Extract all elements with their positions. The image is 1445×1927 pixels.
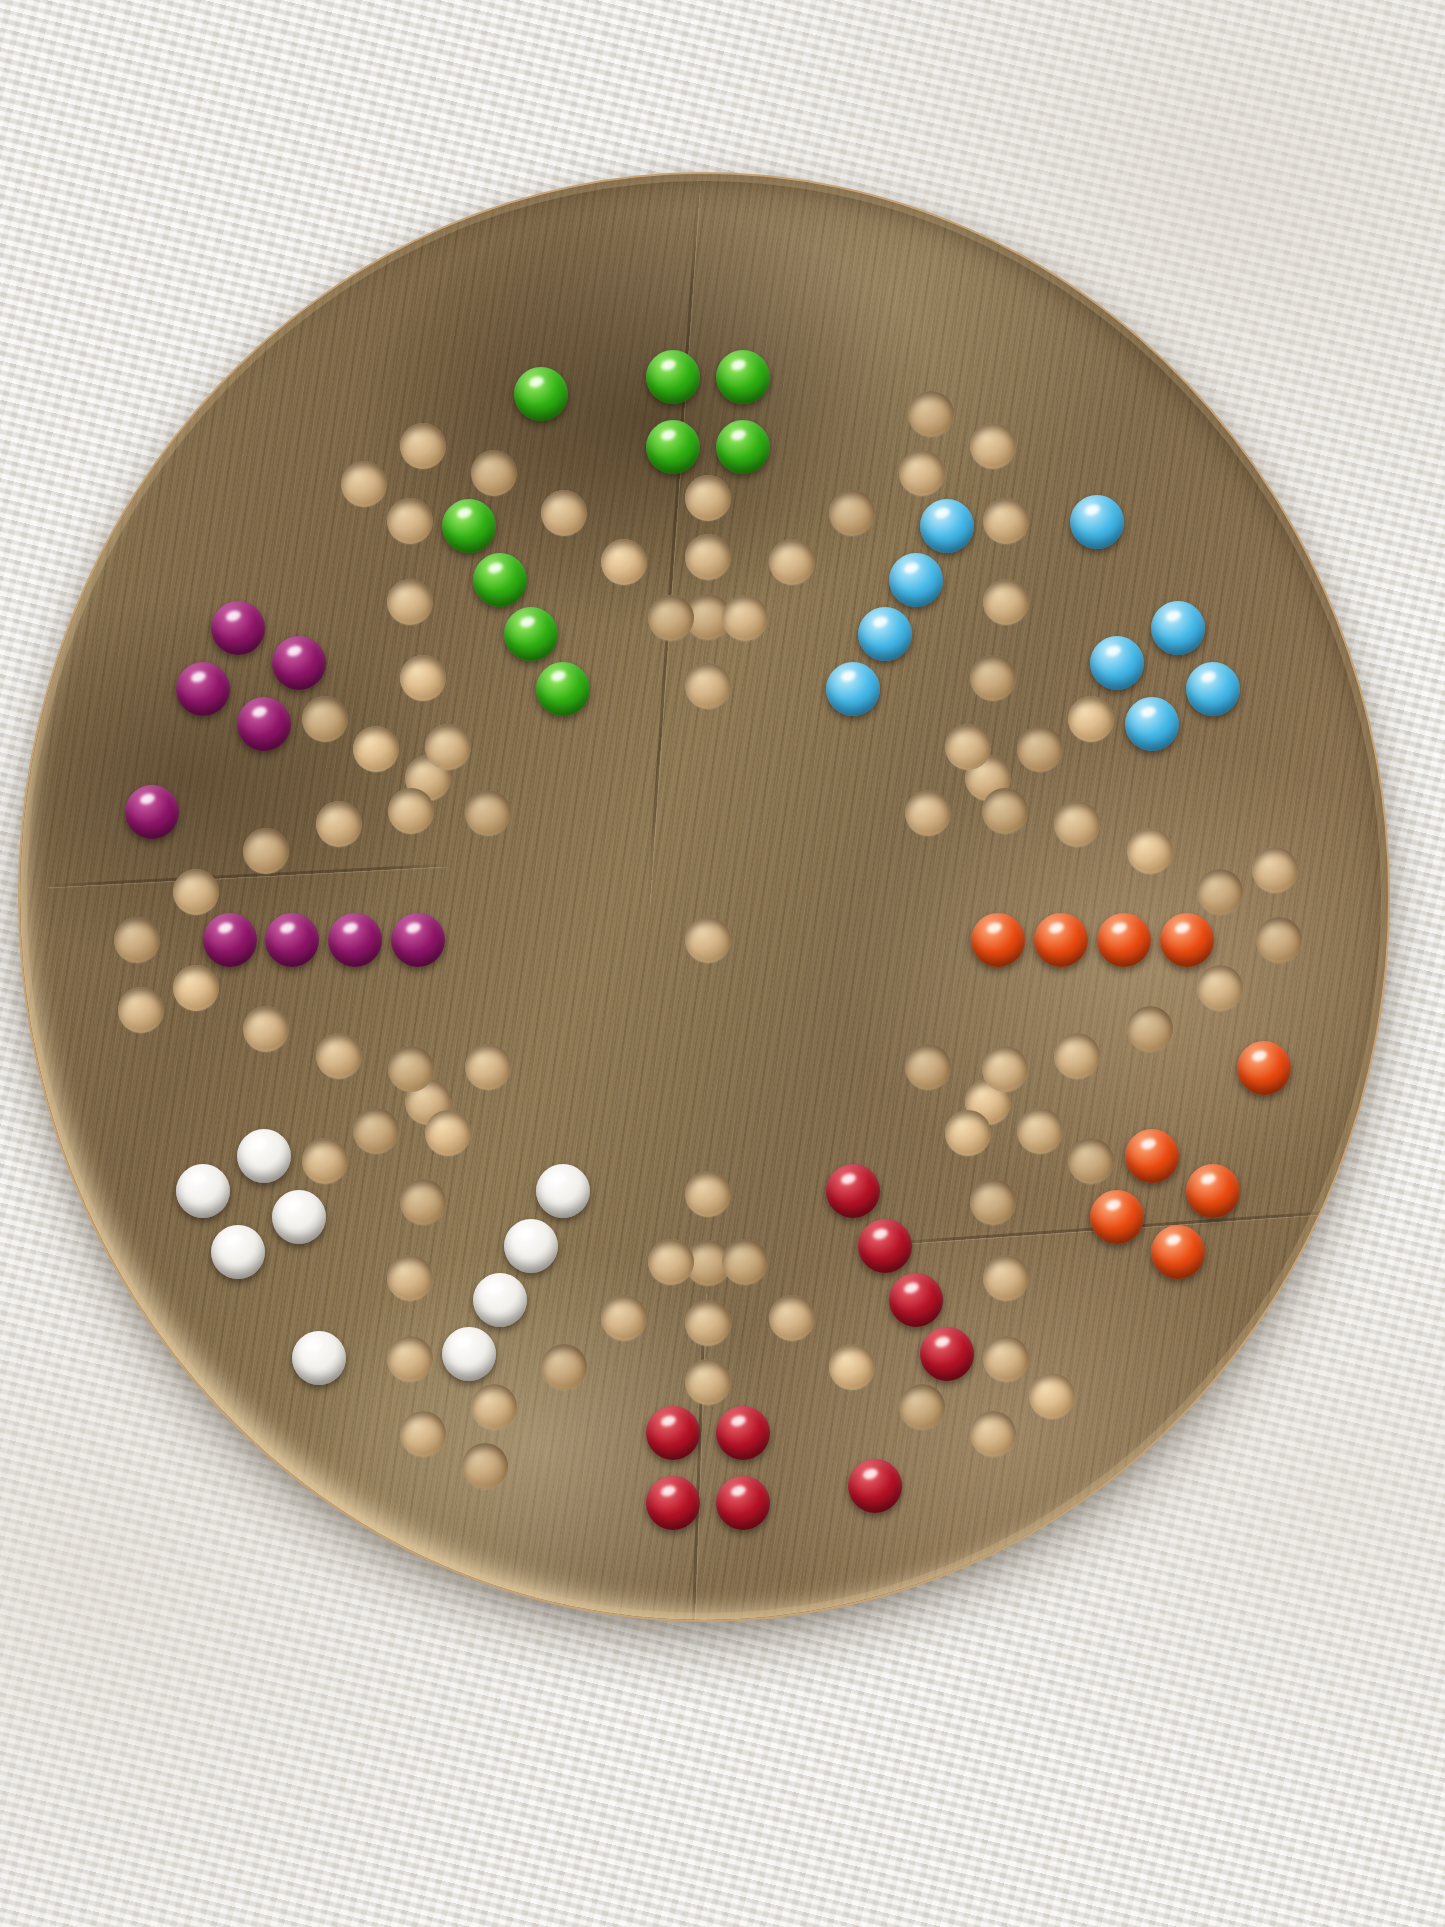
marbles-layer <box>20 174 1388 1620</box>
marble-red[interactable] <box>646 1406 700 1460</box>
marble-specular-highlight <box>862 1467 880 1481</box>
marble-red[interactable] <box>826 1164 880 1218</box>
marble-white[interactable] <box>211 1225 265 1279</box>
marble-specular-highlight <box>550 669 568 683</box>
marble-specular-highlight <box>1104 1197 1122 1211</box>
marble-specular-highlight <box>1048 921 1066 935</box>
marble-specular-highlight <box>1111 921 1129 935</box>
marble-specular-highlight <box>342 921 360 935</box>
marble-specular-highlight <box>285 1197 303 1211</box>
marble-orange[interactable] <box>1186 1164 1240 1218</box>
marble-specular-highlight <box>225 609 243 623</box>
marble-specular-highlight <box>250 1137 268 1151</box>
marble-blue[interactable] <box>826 662 880 716</box>
marble-specular-highlight <box>1200 1172 1218 1186</box>
marble-specular-highlight <box>306 1338 324 1352</box>
marble-orange[interactable] <box>1090 1190 1144 1244</box>
marble-specular-highlight <box>190 1172 208 1186</box>
marble-blue[interactable] <box>1125 697 1179 751</box>
marble-specular-highlight <box>1173 921 1191 935</box>
marble-specular-highlight <box>1104 644 1122 658</box>
marble-specular-highlight <box>1084 503 1102 517</box>
marble-purple[interactable] <box>125 785 179 839</box>
marble-specular-highlight <box>550 1172 568 1186</box>
marble-white[interactable] <box>473 1273 527 1327</box>
marble-white[interactable] <box>504 1219 558 1273</box>
marble-purple[interactable] <box>176 662 230 716</box>
marble-specular-highlight <box>660 428 678 442</box>
marble-blue[interactable] <box>1151 601 1205 655</box>
marble-specular-highlight <box>934 506 952 520</box>
marble-purple[interactable] <box>237 697 291 751</box>
marble-specular-highlight <box>250 704 268 718</box>
marble-white[interactable] <box>536 1164 590 1218</box>
marble-blue[interactable] <box>920 499 974 553</box>
marble-red[interactable] <box>716 1406 770 1460</box>
marble-specular-highlight <box>1165 609 1183 623</box>
marble-green[interactable] <box>716 420 770 474</box>
marble-green[interactable] <box>536 662 590 716</box>
wahoo-board <box>18 172 1390 1622</box>
marble-specular-highlight <box>730 358 748 372</box>
marble-specular-highlight <box>660 1414 678 1428</box>
marble-specular-highlight <box>518 1226 536 1240</box>
marble-specular-highlight <box>1251 1049 1269 1063</box>
marble-specular-highlight <box>528 375 546 389</box>
marble-specular-highlight <box>285 644 303 658</box>
marble-specular-highlight <box>1200 669 1218 683</box>
marble-specular-highlight <box>139 792 157 806</box>
marble-specular-highlight <box>456 506 474 520</box>
marble-blue[interactable] <box>1090 636 1144 690</box>
marble-green[interactable] <box>473 553 527 607</box>
marble-specular-highlight <box>1139 1137 1157 1151</box>
marble-orange[interactable] <box>1160 913 1214 967</box>
marble-specular-highlight <box>985 921 1003 935</box>
marble-specular-highlight <box>487 1281 505 1295</box>
marble-specular-highlight <box>1139 704 1157 718</box>
marble-green[interactable] <box>504 607 558 661</box>
marble-red[interactable] <box>848 1459 902 1513</box>
marble-specular-highlight <box>660 358 678 372</box>
marble-white[interactable] <box>442 1327 496 1381</box>
marble-red[interactable] <box>889 1273 943 1327</box>
marble-purple[interactable] <box>391 913 445 967</box>
marble-white[interactable] <box>272 1190 326 1244</box>
marble-specular-highlight <box>225 1232 243 1246</box>
marble-specular-highlight <box>1165 1232 1183 1246</box>
marble-green[interactable] <box>514 367 568 421</box>
marble-specular-highlight <box>871 615 889 629</box>
marble-orange[interactable] <box>1125 1129 1179 1183</box>
marble-purple[interactable] <box>272 636 326 690</box>
marble-orange[interactable] <box>971 913 1025 967</box>
marble-red[interactable] <box>646 1476 700 1530</box>
marble-specular-highlight <box>730 1484 748 1498</box>
marble-purple[interactable] <box>265 913 319 967</box>
marble-orange[interactable] <box>1237 1041 1291 1095</box>
marble-specular-highlight <box>404 921 422 935</box>
marble-purple[interactable] <box>211 601 265 655</box>
marble-blue[interactable] <box>889 553 943 607</box>
marble-specular-highlight <box>487 561 505 575</box>
marble-blue[interactable] <box>1070 495 1124 549</box>
marble-specular-highlight <box>730 428 748 442</box>
marble-red[interactable] <box>920 1327 974 1381</box>
marble-blue[interactable] <box>1186 662 1240 716</box>
marble-green[interactable] <box>442 499 496 553</box>
marble-red[interactable] <box>858 1219 912 1273</box>
marble-specular-highlight <box>840 669 858 683</box>
marble-specular-highlight <box>456 1335 474 1349</box>
marble-white[interactable] <box>176 1164 230 1218</box>
marble-specular-highlight <box>190 669 208 683</box>
marble-white[interactable] <box>237 1129 291 1183</box>
marble-white[interactable] <box>292 1331 346 1385</box>
marble-purple[interactable] <box>203 913 257 967</box>
marble-green[interactable] <box>646 350 700 404</box>
marble-blue[interactable] <box>858 607 912 661</box>
marble-orange[interactable] <box>1034 913 1088 967</box>
marble-red[interactable] <box>716 1476 770 1530</box>
marble-specular-highlight <box>279 921 297 935</box>
marble-specular-highlight <box>903 561 921 575</box>
marble-specular-highlight <box>730 1414 748 1428</box>
marble-green[interactable] <box>646 420 700 474</box>
marble-specular-highlight <box>840 1172 858 1186</box>
marble-specular-highlight <box>216 921 234 935</box>
marble-purple[interactable] <box>328 913 382 967</box>
marble-specular-highlight <box>934 1335 952 1349</box>
marble-specular-highlight <box>518 615 536 629</box>
marble-orange[interactable] <box>1097 913 1151 967</box>
marble-specular-highlight <box>903 1281 921 1295</box>
marble-green[interactable] <box>716 350 770 404</box>
marble-specular-highlight <box>871 1226 889 1240</box>
marble-specular-highlight <box>660 1484 678 1498</box>
marble-orange[interactable] <box>1151 1225 1205 1279</box>
